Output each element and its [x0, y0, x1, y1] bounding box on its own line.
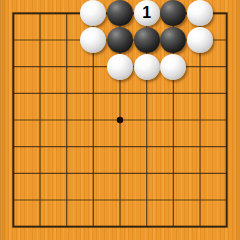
white-stone: [160, 54, 186, 80]
intersection-H6[interactable]: [187, 80, 214, 107]
intersection-B6[interactable]: [27, 80, 54, 107]
intersection-G9: [160, 0, 187, 27]
intersection-G3[interactable]: [160, 160, 187, 187]
intersection-A2[interactable]: [0, 187, 27, 214]
intersection-A9[interactable]: [0, 0, 27, 27]
intersection-G1[interactable]: [160, 213, 187, 240]
intersection-F3[interactable]: [133, 160, 160, 187]
intersection-F2[interactable]: [133, 187, 160, 214]
black-stone: [160, 27, 186, 53]
white-stone: [80, 27, 106, 53]
intersection-G8: [160, 27, 187, 54]
intersection-A1[interactable]: [0, 213, 27, 240]
intersection-C4[interactable]: [53, 133, 80, 160]
intersection-D2[interactable]: [80, 187, 107, 214]
intersection-G2[interactable]: [160, 187, 187, 214]
intersection-E6[interactable]: [107, 80, 134, 107]
intersection-D3[interactable]: [80, 160, 107, 187]
intersection-D4[interactable]: [80, 133, 107, 160]
white-stone: [80, 0, 106, 26]
intersection-J1[interactable]: [213, 213, 240, 240]
intersection-J4[interactable]: [213, 133, 240, 160]
intersection-J6[interactable]: [213, 80, 240, 107]
intersection-C1[interactable]: [53, 213, 80, 240]
intersection-A6[interactable]: [0, 80, 27, 107]
intersection-E8: [107, 27, 134, 54]
intersection-A5[interactable]: [0, 107, 27, 134]
intersection-B3[interactable]: [27, 160, 54, 187]
intersection-B2[interactable]: [27, 187, 54, 214]
intersection-B7[interactable]: [27, 53, 54, 80]
intersection-A8[interactable]: [0, 27, 27, 54]
intersection-E5[interactable]: [107, 107, 134, 134]
intersection-G5[interactable]: [160, 107, 187, 134]
intersection-E2[interactable]: [107, 187, 134, 214]
intersection-J7[interactable]: [213, 53, 240, 80]
intersection-B4[interactable]: [27, 133, 54, 160]
intersection-F8: [133, 27, 160, 54]
intersection-C5[interactable]: [53, 107, 80, 134]
intersection-F5[interactable]: [133, 107, 160, 134]
intersection-H4[interactable]: [187, 133, 214, 160]
intersection-E1[interactable]: [107, 213, 134, 240]
intersection-G6[interactable]: [160, 80, 187, 107]
intersection-G4[interactable]: [160, 133, 187, 160]
intersection-C8[interactable]: [53, 27, 80, 54]
white-stone: [187, 0, 213, 26]
intersection-D8: [80, 27, 107, 54]
intersection-C9[interactable]: [53, 0, 80, 27]
intersection-F1[interactable]: [133, 213, 160, 240]
move-number-label: 1: [142, 5, 151, 21]
intersection-H3[interactable]: [187, 160, 214, 187]
intersection-H7[interactable]: [187, 53, 214, 80]
intersection-F7: [133, 53, 160, 80]
intersection-G7: [160, 53, 187, 80]
intersection-F6[interactable]: [133, 80, 160, 107]
intersection-F4[interactable]: [133, 133, 160, 160]
intersection-C7[interactable]: [53, 53, 80, 80]
white-stone: [187, 27, 213, 53]
intersection-B5[interactable]: [27, 107, 54, 134]
intersection-E4[interactable]: [107, 133, 134, 160]
intersection-B9[interactable]: [27, 0, 54, 27]
white-stone: [134, 54, 160, 80]
stones-layer: 1: [0, 0, 240, 240]
white-stone: [107, 54, 133, 80]
intersection-H2[interactable]: [187, 187, 214, 214]
intersection-D5[interactable]: [80, 107, 107, 134]
intersection-H5[interactable]: [187, 107, 214, 134]
intersection-E9: [107, 0, 134, 27]
intersection-E3[interactable]: [107, 160, 134, 187]
intersection-C3[interactable]: [53, 160, 80, 187]
intersection-B1[interactable]: [27, 213, 54, 240]
intersection-D6[interactable]: [80, 80, 107, 107]
go-board: 1: [0, 0, 240, 240]
white-stone: 1: [134, 0, 160, 26]
intersection-A3[interactable]: [0, 160, 27, 187]
black-stone: [107, 0, 133, 26]
intersection-H8: [187, 27, 214, 54]
intersection-C2[interactable]: [53, 187, 80, 214]
intersection-H1[interactable]: [187, 213, 214, 240]
intersection-A4[interactable]: [0, 133, 27, 160]
intersection-D7[interactable]: [80, 53, 107, 80]
intersection-J8[interactable]: [213, 27, 240, 54]
intersection-J5[interactable]: [213, 107, 240, 134]
intersection-J9[interactable]: [213, 0, 240, 27]
intersection-J2[interactable]: [213, 187, 240, 214]
black-stone: [107, 27, 133, 53]
intersection-J3[interactable]: [213, 160, 240, 187]
intersection-D1[interactable]: [80, 213, 107, 240]
intersection-H9: [187, 0, 214, 27]
intersection-A7[interactable]: [0, 53, 27, 80]
intersection-D9: [80, 0, 107, 27]
intersection-C6[interactable]: [53, 80, 80, 107]
black-stone: [160, 0, 186, 26]
black-stone: [134, 27, 160, 53]
intersection-E7: [107, 53, 134, 80]
intersection-B8[interactable]: [27, 27, 54, 54]
intersection-F9: 1: [133, 0, 160, 27]
